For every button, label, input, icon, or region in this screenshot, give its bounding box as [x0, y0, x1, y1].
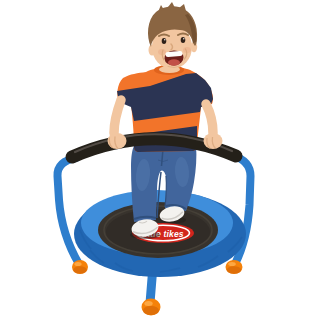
- trampoline-pad: little tikes: [74, 190, 246, 277]
- product-photo: little tikes: [0, 0, 320, 320]
- left-eye-glint: [164, 39, 165, 40]
- left-hand: [108, 133, 127, 149]
- left-eye: [162, 38, 167, 44]
- right-arm: [206, 104, 213, 133]
- left-handlebar-support: [57, 158, 79, 264]
- hair-spike-2: [168, 2, 175, 8]
- left-foot-cap: [72, 260, 88, 274]
- center-foot-cap: [142, 299, 161, 316]
- head: [148, 2, 197, 69]
- left-arm: [114, 100, 121, 133]
- tongue: [168, 59, 180, 65]
- right-hand: [204, 133, 223, 149]
- right-eye: [181, 37, 186, 43]
- trampoline-scene: little tikes: [0, 0, 320, 320]
- right-eye-glint: [183, 38, 184, 39]
- right-foot-cap: [226, 260, 243, 274]
